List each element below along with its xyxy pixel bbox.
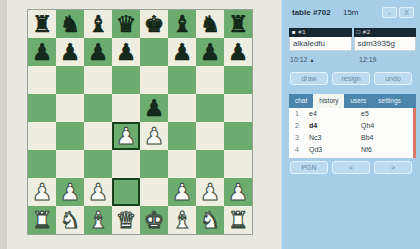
page-scroll-strip[interactable] [0,0,7,249]
square-h1[interactable]: ♜ [224,206,252,234]
black-seat-number: #2 [363,29,371,35]
next-move-button[interactable]: > [374,161,412,174]
square-f4[interactable] [168,122,196,150]
square-f6[interactable] [168,66,196,94]
square-f2[interactable]: ♟ [168,178,196,206]
square-e3[interactable] [140,150,168,178]
square-h7[interactable]: ♟ [224,38,252,66]
square-g6[interactable] [196,66,224,94]
white-player-name: alkaledfu [289,37,352,51]
black-player-name: sdm3935g [354,37,417,51]
white-bishop: ♝ [172,206,193,234]
black-pawn: ♟ [116,38,137,66]
square-c8[interactable]: ♝ [84,10,112,38]
black-pawn: ♟ [60,38,81,66]
white-move[interactable]: Qd3 [309,144,361,156]
tab-settings[interactable]: settings [372,94,406,108]
black-bishop: ♝ [88,10,109,38]
white-rook: ♜ [228,206,249,234]
square-g3[interactable] [196,150,224,178]
white-king: ♚ [144,206,165,234]
square-c2[interactable]: ♟ [84,178,112,206]
move-number: 2 [295,120,309,132]
black-pawn: ♟ [32,38,53,66]
white-move[interactable]: d4 [309,120,361,132]
square-d5[interactable] [112,94,140,122]
square-e2[interactable] [140,178,168,206]
square-a2[interactable]: ♟ [28,178,56,206]
resign-button[interactable]: resign [332,72,370,85]
square-e7[interactable] [140,38,168,66]
square-h3[interactable] [224,150,252,178]
white-pawn: ♟ [144,122,165,150]
square-c5[interactable] [84,94,112,122]
movelist-scrollbar[interactable] [413,108,416,158]
square-d1[interactable]: ♛ [112,206,140,234]
minimize-button[interactable]: - [382,7,397,18]
turn-indicator-icon: ▲ [309,57,314,63]
square-b7[interactable]: ♟ [56,38,84,66]
white-knight: ♞ [60,206,81,234]
black-rook: ♜ [228,10,249,38]
move-row-2: 2d4Qh4 [289,120,416,132]
black-move[interactable]: Qh4 [361,120,416,132]
white-pawn: ♟ [228,178,249,206]
history-nav: PGN < > [290,161,412,174]
square-c6[interactable] [84,66,112,94]
black-rook: ♜ [32,10,53,38]
square-g7[interactable]: ♟ [196,38,224,66]
square-f7[interactable]: ♟ [168,38,196,66]
tab-chat[interactable]: chat [289,94,313,108]
square-h2[interactable]: ♟ [224,178,252,206]
player-black-card: □ #2 sdm3935g [354,28,417,51]
black-pawn: ♟ [88,38,109,66]
square-d4[interactable]: ♟ [112,122,140,150]
move-number: 4 [295,144,309,156]
square-e8[interactable]: ♚ [140,10,168,38]
square-e6[interactable] [140,66,168,94]
white-pawn: ♟ [200,178,221,206]
square-d3[interactable] [112,150,140,178]
white-move[interactable]: Nc3 [309,132,361,144]
square-g2[interactable]: ♟ [196,178,224,206]
white-clock: 10:12 [290,56,308,63]
black-move[interactable]: e5 [361,108,416,120]
white-queen: ♛ [116,206,137,234]
white-knight: ♞ [200,206,221,234]
square-f3[interactable] [168,150,196,178]
panel-titlebar: table #702 15m - X [292,8,414,20]
square-a5[interactable] [28,94,56,122]
square-c1[interactable]: ♝ [84,206,112,234]
square-h8[interactable]: ♜ [224,10,252,38]
move-number: 1 [295,108,309,120]
square-b1[interactable]: ♞ [56,206,84,234]
square-c7[interactable]: ♟ [84,38,112,66]
time-control-label: 15m [343,8,359,17]
square-d2[interactable] [112,178,140,206]
white-move[interactable]: Nf3 [309,156,361,158]
game-actions: draw resign undo [290,72,412,85]
move-row-3: 3Nc3Bb4 [289,132,416,144]
move-row-4: 4Qd3Nf6 [289,144,416,156]
square-e5[interactable]: ♟ [140,94,168,122]
square-a6[interactable] [28,66,56,94]
black-move[interactable]: Nf6 [361,144,416,156]
square-e4[interactable]: ♟ [140,122,168,150]
chess-board: ♜♞♝♛♚♝♞♜♟♟♟♟♟♟♟♟♟♟♟♟♟♟♟♟♜♞♝♛♚♝♞♜ [27,9,253,235]
square-d7[interactable]: ♟ [112,38,140,66]
square-a8[interactable]: ♜ [28,10,56,38]
pgn-button[interactable]: PGN [290,161,328,174]
players-row: ■ #1 alkaledfu □ #2 sdm3935g [289,28,416,51]
square-b4[interactable] [56,122,84,150]
black-move[interactable]: Bxc3 [361,156,416,158]
tab-history[interactable]: history [313,94,344,108]
square-e1[interactable]: ♚ [140,206,168,234]
square-g1[interactable]: ♞ [196,206,224,234]
tab-users[interactable]: users [344,94,372,108]
square-a3[interactable] [28,150,56,178]
black-pawn: ♟ [144,94,165,122]
white-bishop: ♝ [88,206,109,234]
square-a7[interactable]: ♟ [28,38,56,66]
move-history-list: 1e4e52d4Qh43Nc3Bb44Qd3Nf65Nf3Bxc3 [289,108,416,158]
square-b2[interactable]: ♟ [56,178,84,206]
white-color-icon: ■ [292,29,296,35]
square-a4[interactable] [28,122,56,150]
square-c3[interactable] [84,150,112,178]
square-h6[interactable] [224,66,252,94]
black-move[interactable]: Bb4 [361,132,416,144]
black-knight: ♞ [60,10,81,38]
black-knight: ♞ [200,10,221,38]
square-d6[interactable] [112,66,140,94]
square-g5[interactable] [196,94,224,122]
clocks-row: 10:12 ▲ 12:19 [290,56,416,63]
black-bishop: ♝ [172,10,193,38]
square-a1[interactable]: ♜ [28,206,56,234]
square-h4[interactable] [224,122,252,150]
panel-tabs: chathistoryuserssettings [289,94,416,108]
square-b6[interactable] [56,66,84,94]
black-king: ♚ [144,10,165,38]
white-rook: ♜ [32,206,53,234]
black-pawn: ♟ [228,38,249,66]
table-title: table #702 [292,8,331,17]
square-b3[interactable] [56,150,84,178]
move-number: 3 [295,132,309,144]
close-button[interactable]: X [399,7,414,18]
square-h5[interactable] [224,94,252,122]
square-g4[interactable] [196,122,224,150]
player-white-card: ■ #1 alkaledfu [289,28,352,51]
square-d8[interactable]: ♛ [112,10,140,38]
white-pawn: ♟ [32,178,53,206]
move-row-5: 5Nf3Bxc3 [289,156,416,158]
black-color-icon: □ [357,29,361,35]
square-c4[interactable] [84,122,112,150]
white-pawn: ♟ [60,178,81,206]
square-f8[interactable]: ♝ [168,10,196,38]
white-pawn: ♟ [172,178,193,206]
move-row-1: 1e4e5 [289,108,416,120]
black-pawn: ♟ [172,38,193,66]
white-pawn: ♟ [88,178,109,206]
square-b5[interactable] [56,94,84,122]
black-queen: ♛ [116,10,137,38]
game-side-panel: table #702 15m - X ■ #1 alkaledfu □ #2 s… [281,0,420,249]
move-number: 5 [295,156,309,158]
black-pawn: ♟ [200,38,221,66]
square-g8[interactable]: ♞ [196,10,224,38]
square-f1[interactable]: ♝ [168,206,196,234]
prev-move-button[interactable]: < [332,161,370,174]
white-pawn: ♟ [116,122,137,150]
white-seat-number: #1 [298,29,306,35]
draw-button[interactable]: draw [290,72,328,85]
square-b8[interactable]: ♞ [56,10,84,38]
square-f5[interactable] [168,94,196,122]
white-move[interactable]: e4 [309,108,361,120]
undo-button[interactable]: undo [374,72,412,85]
black-clock: 12:19 [359,56,377,63]
